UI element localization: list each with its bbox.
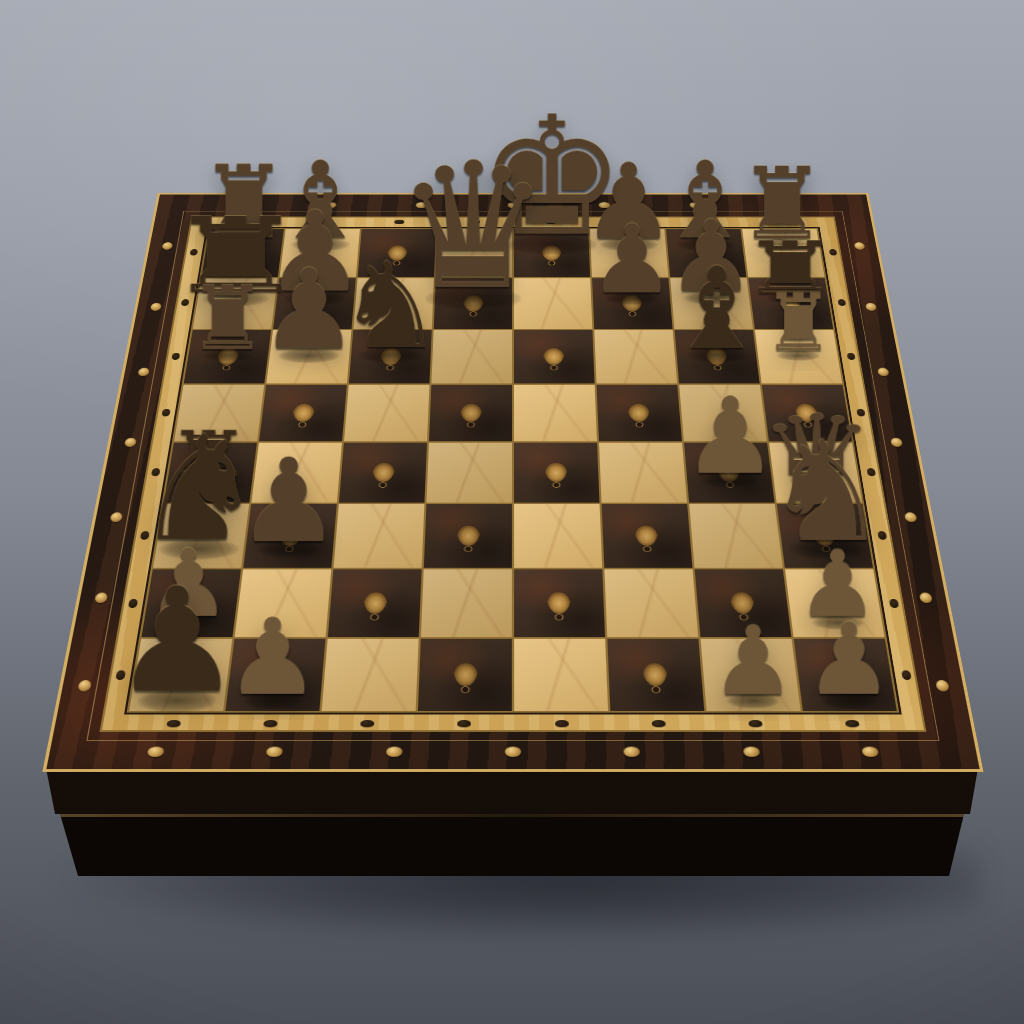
dark-inlay-dash bbox=[698, 219, 708, 223]
dark-inlay-dash bbox=[263, 720, 277, 727]
dark-inlay-dash bbox=[555, 720, 569, 727]
square-h8[interactable] bbox=[742, 229, 824, 277]
square-h7[interactable] bbox=[748, 278, 833, 329]
square-b6[interactable] bbox=[266, 330, 351, 383]
gold-inlay-dot bbox=[624, 746, 641, 756]
square-a8[interactable] bbox=[201, 229, 283, 277]
gold-inlay-dot bbox=[233, 202, 245, 208]
square-d5[interactable] bbox=[429, 385, 512, 442]
square-e6[interactable] bbox=[514, 330, 595, 383]
square-d8[interactable] bbox=[436, 229, 512, 277]
square-b7[interactable] bbox=[273, 278, 356, 329]
square-g7[interactable] bbox=[670, 278, 753, 329]
gold-inlay-dot bbox=[386, 746, 403, 756]
gold-inlay-dot bbox=[743, 746, 760, 756]
dark-inlay-dash bbox=[846, 353, 855, 360]
dark-inlay-dash bbox=[318, 219, 328, 223]
dark-inlay-dash bbox=[458, 720, 472, 727]
square-c7[interactable] bbox=[353, 278, 434, 329]
square-e7[interactable] bbox=[514, 278, 592, 329]
square-a7[interactable] bbox=[193, 278, 278, 329]
dark-inlay-dash bbox=[652, 720, 666, 727]
dark-inlay-dash bbox=[242, 219, 252, 223]
dark-inlay-dash bbox=[546, 219, 556, 223]
gold-inlay-dot bbox=[324, 202, 336, 208]
square-c8[interactable] bbox=[358, 229, 436, 277]
gold-inlay-dot bbox=[690, 202, 702, 208]
gold-inlay-dot bbox=[507, 202, 519, 208]
square-g8[interactable] bbox=[666, 229, 746, 277]
dark-inlay-dash bbox=[394, 219, 404, 223]
gold-inlay-dot bbox=[266, 746, 283, 756]
gold-inlay-dot bbox=[416, 202, 428, 208]
dark-inlay-dash bbox=[748, 720, 762, 727]
gold-inlay-dot bbox=[781, 202, 793, 208]
dark-inlay-dash bbox=[845, 720, 860, 727]
dark-inlay-dash bbox=[774, 219, 784, 223]
square-a6[interactable] bbox=[184, 330, 271, 383]
dark-inlay-dash bbox=[360, 720, 374, 727]
piece-pawn-b1[interactable]: ♟ bbox=[92, 614, 453, 701]
gold-inlay-dot bbox=[598, 202, 610, 208]
gold-inlay-dot bbox=[147, 746, 165, 756]
piece-pawn-h1[interactable]: ♟ bbox=[669, 619, 1024, 700]
square-e8[interactable] bbox=[514, 229, 590, 277]
square-f7[interactable] bbox=[592, 278, 673, 329]
square-c6[interactable] bbox=[349, 330, 432, 383]
dark-inlay-dash bbox=[470, 219, 480, 223]
gold-inlay-dot bbox=[505, 746, 521, 756]
gold-inlay-dot bbox=[877, 368, 889, 376]
square-f8[interactable] bbox=[590, 229, 668, 277]
dark-inlay-dash bbox=[166, 720, 181, 727]
square-f6[interactable] bbox=[594, 330, 677, 383]
square-b8[interactable] bbox=[280, 229, 360, 277]
gold-inlay-dot bbox=[861, 746, 879, 756]
dark-inlay-dash bbox=[171, 353, 180, 360]
gold-inlay-dot bbox=[137, 368, 149, 376]
chess-board[interactable]: ♜♝♜♟♜♟♜♞♟♟♟♟♞♛♚♟♟♝♟♝♟♟♜♜♜♛♞♟♟ bbox=[42, 193, 983, 772]
square-d6[interactable] bbox=[431, 330, 512, 383]
dark-inlay-dash bbox=[622, 219, 632, 223]
square-d7[interactable] bbox=[434, 278, 512, 329]
